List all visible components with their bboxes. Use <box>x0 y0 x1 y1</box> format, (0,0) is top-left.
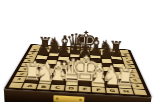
file-label-h: H <box>119 88 133 94</box>
file-label-e: E <box>79 86 92 92</box>
file-label-g: G <box>106 87 120 93</box>
file-label-c: C <box>51 84 65 90</box>
light-rook[interactable]: ♜ <box>115 66 136 90</box>
brass-clasp-icon <box>54 95 85 102</box>
file-label-b: B <box>37 84 51 90</box>
square-h1[interactable]: ♜ <box>118 82 132 88</box>
file-label-d: D <box>65 85 78 91</box>
file-label-f: F <box>92 87 105 93</box>
square-h7[interactable]: ♟ <box>111 56 121 60</box>
chessboard: ABCDEFGH8♜♞♝♛♚♝♞♜87♟♟♟♟♟♟♟♟7665544332♟♟♟… <box>4 44 152 97</box>
dark-pawn[interactable]: ♟ <box>110 45 124 61</box>
board-tilt-wrapper: ABCDEFGH8♜♞♝♛♚♝♞♜87♟♟♟♟♟♟♟♟7665544332♟♟♟… <box>0 0 159 102</box>
chess-set-photo: ABCDEFGH8♜♞♝♛♚♝♞♜87♟♟♟♟♟♟♟♟7665544332♟♟♟… <box>0 0 159 102</box>
file-label-a: A <box>23 83 38 89</box>
board-scene: ABCDEFGH8♜♞♝♛♚♝♞♜87♟♟♟♟♟♟♟♟7665544332♟♟♟… <box>17 3 142 102</box>
frame-corner <box>133 89 148 95</box>
